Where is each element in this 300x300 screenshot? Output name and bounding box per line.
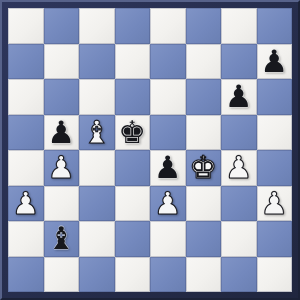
square-b3[interactable] bbox=[44, 186, 80, 222]
square-c3[interactable] bbox=[79, 186, 115, 222]
chess-board-frame: ♟♟♟♝♚♟♟♚♟♟♟♟♝ bbox=[0, 0, 300, 300]
square-d8[interactable] bbox=[115, 8, 151, 44]
square-g8[interactable] bbox=[221, 8, 257, 44]
square-a7[interactable] bbox=[8, 44, 44, 80]
square-c1[interactable] bbox=[79, 257, 115, 293]
square-e7[interactable] bbox=[150, 44, 186, 80]
square-d3[interactable] bbox=[115, 186, 151, 222]
square-c6[interactable] bbox=[79, 79, 115, 115]
square-b2[interactable]: ♝ bbox=[44, 221, 80, 257]
square-h8[interactable] bbox=[257, 8, 293, 44]
square-h4[interactable] bbox=[257, 150, 293, 186]
square-g3[interactable] bbox=[221, 186, 257, 222]
square-d7[interactable] bbox=[115, 44, 151, 80]
square-g6[interactable]: ♟ bbox=[221, 79, 257, 115]
square-d2[interactable] bbox=[115, 221, 151, 257]
square-g2[interactable] bbox=[221, 221, 257, 257]
black-pawn[interactable]: ♟ bbox=[260, 44, 288, 80]
black-pawn[interactable]: ♟ bbox=[47, 115, 75, 151]
black-pawn[interactable]: ♟ bbox=[225, 79, 253, 115]
square-f7[interactable] bbox=[186, 44, 222, 80]
square-a2[interactable] bbox=[8, 221, 44, 257]
black-pawn[interactable]: ♟ bbox=[154, 150, 182, 186]
square-f5[interactable] bbox=[186, 115, 222, 151]
square-a5[interactable] bbox=[8, 115, 44, 151]
square-h3[interactable]: ♟ bbox=[257, 186, 293, 222]
square-f2[interactable] bbox=[186, 221, 222, 257]
black-bishop[interactable]: ♝ bbox=[47, 221, 75, 257]
square-d5[interactable]: ♚ bbox=[115, 115, 151, 151]
square-c7[interactable] bbox=[79, 44, 115, 80]
square-b7[interactable] bbox=[44, 44, 80, 80]
square-c4[interactable] bbox=[79, 150, 115, 186]
white-pawn[interactable]: ♟ bbox=[12, 186, 40, 222]
square-e1[interactable] bbox=[150, 257, 186, 293]
white-bishop[interactable]: ♝ bbox=[83, 115, 111, 151]
square-b8[interactable] bbox=[44, 8, 80, 44]
square-a4[interactable] bbox=[8, 150, 44, 186]
white-king[interactable]: ♚ bbox=[189, 150, 217, 186]
square-h5[interactable] bbox=[257, 115, 293, 151]
square-h2[interactable] bbox=[257, 221, 293, 257]
square-e8[interactable] bbox=[150, 8, 186, 44]
square-b5[interactable]: ♟ bbox=[44, 115, 80, 151]
square-c8[interactable] bbox=[79, 8, 115, 44]
square-g7[interactable] bbox=[221, 44, 257, 80]
square-b4[interactable]: ♟ bbox=[44, 150, 80, 186]
square-g4[interactable]: ♟ bbox=[221, 150, 257, 186]
square-c5[interactable]: ♝ bbox=[79, 115, 115, 151]
square-b1[interactable] bbox=[44, 257, 80, 293]
square-a3[interactable]: ♟ bbox=[8, 186, 44, 222]
square-e5[interactable] bbox=[150, 115, 186, 151]
square-f4[interactable]: ♚ bbox=[186, 150, 222, 186]
square-e2[interactable] bbox=[150, 221, 186, 257]
white-pawn[interactable]: ♟ bbox=[260, 186, 288, 222]
white-pawn[interactable]: ♟ bbox=[225, 150, 253, 186]
square-g1[interactable] bbox=[221, 257, 257, 293]
square-a6[interactable] bbox=[8, 79, 44, 115]
square-h7[interactable]: ♟ bbox=[257, 44, 293, 80]
square-e6[interactable] bbox=[150, 79, 186, 115]
square-e4[interactable]: ♟ bbox=[150, 150, 186, 186]
square-d6[interactable] bbox=[115, 79, 151, 115]
square-g5[interactable] bbox=[221, 115, 257, 151]
square-h6[interactable] bbox=[257, 79, 293, 115]
chess-board: ♟♟♟♝♚♟♟♚♟♟♟♟♝ bbox=[8, 8, 292, 292]
square-e3[interactable]: ♟ bbox=[150, 186, 186, 222]
square-d1[interactable] bbox=[115, 257, 151, 293]
square-b6[interactable] bbox=[44, 79, 80, 115]
square-c2[interactable] bbox=[79, 221, 115, 257]
square-f3[interactable] bbox=[186, 186, 222, 222]
black-king[interactable]: ♚ bbox=[118, 115, 146, 151]
square-h1[interactable] bbox=[257, 257, 293, 293]
square-a8[interactable] bbox=[8, 8, 44, 44]
white-pawn[interactable]: ♟ bbox=[47, 150, 75, 186]
square-f1[interactable] bbox=[186, 257, 222, 293]
square-f8[interactable] bbox=[186, 8, 222, 44]
square-a1[interactable] bbox=[8, 257, 44, 293]
white-pawn[interactable]: ♟ bbox=[154, 186, 182, 222]
square-f6[interactable] bbox=[186, 79, 222, 115]
square-d4[interactable] bbox=[115, 150, 151, 186]
